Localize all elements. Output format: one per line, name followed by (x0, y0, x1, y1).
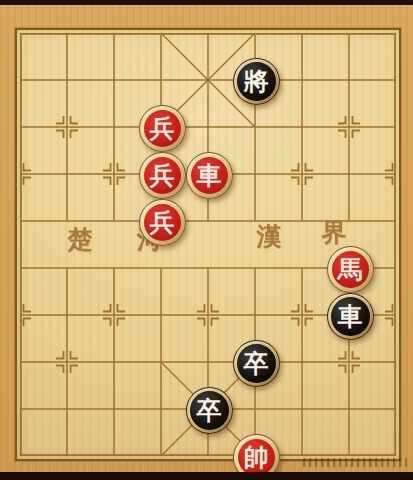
red-chariot-piece[interactable]: 車 (186, 152, 233, 199)
piece-face: 兵 (144, 204, 181, 241)
red-soldier-1-glyph: 兵 (150, 116, 175, 141)
red-soldier-3-piece[interactable]: 兵 (139, 199, 186, 246)
black-general-piece[interactable]: 將 (233, 58, 280, 105)
piece-face: 帥 (238, 439, 275, 476)
black-soldier-1-glyph: 卒 (244, 351, 269, 376)
red-soldier-2-piece[interactable]: 兵 (139, 152, 186, 199)
bottom-letterbox-bar (0, 472, 413, 480)
black-soldier-1-piece[interactable]: 卒 (233, 340, 280, 387)
pieces-layer: 將兵兵車兵馬車卒卒帥 (20, 33, 396, 456)
piece-face: 兵 (144, 110, 181, 147)
piece-face: 卒 (237, 344, 276, 383)
watermark (303, 458, 407, 467)
black-soldier-2-piece[interactable]: 卒 (186, 387, 233, 434)
piece-face: 馬 (332, 251, 369, 288)
top-letterbox-bar (0, 0, 413, 5)
piece-face: 車 (191, 157, 228, 194)
red-chariot-glyph: 車 (197, 163, 222, 188)
red-horse-piece[interactable]: 馬 (327, 246, 374, 293)
red-horse-glyph: 馬 (338, 257, 363, 282)
piece-face: 車 (331, 297, 370, 336)
red-soldier-3-glyph: 兵 (150, 210, 175, 235)
piece-face: 將 (237, 62, 276, 101)
red-soldier-2-glyph: 兵 (150, 163, 175, 188)
piece-face: 兵 (144, 157, 181, 194)
xiangqi-board[interactable]: 楚 河 漢 界 將兵兵車兵馬車卒卒帥 (15, 28, 401, 461)
red-general-glyph: 帥 (244, 445, 269, 470)
piece-face: 卒 (190, 391, 229, 430)
black-chariot-piece[interactable]: 車 (327, 293, 374, 340)
black-chariot-glyph: 車 (338, 304, 363, 329)
black-general-glyph: 將 (244, 69, 269, 94)
game-screen: 楚 河 漢 界 將兵兵車兵馬車卒卒帥 (0, 0, 413, 480)
red-soldier-1-piece[interactable]: 兵 (139, 105, 186, 152)
black-soldier-2-glyph: 卒 (197, 398, 222, 423)
